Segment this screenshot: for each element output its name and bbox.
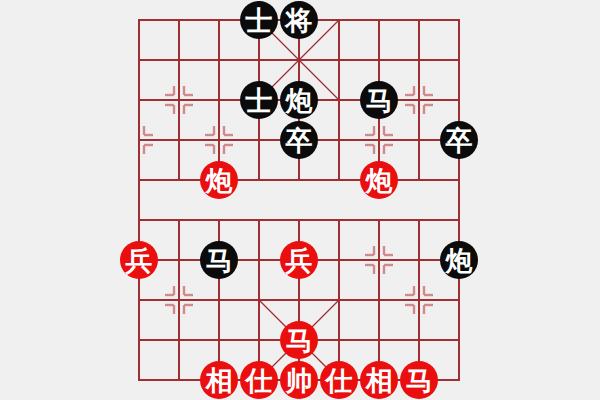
board-point [399,280,439,320]
board-points-grid: 士将士炮马卒卒炮炮兵马兵炮马相仕帅仕相马 [119,0,479,400]
board-point: 炮 [439,240,479,280]
piece-black-general[interactable]: 将 [280,1,318,39]
board-point [359,0,399,40]
board-point [439,320,479,360]
board-point [199,120,239,160]
board-point [399,0,439,40]
board-point [399,320,439,360]
board-point [159,280,199,320]
board-point [319,160,359,200]
board-point [439,40,479,80]
board-point [439,280,479,320]
piece-red-advisor[interactable]: 仕 [320,361,358,399]
piece-black-horse[interactable]: 马 [360,81,398,119]
board-point [439,0,479,40]
board-point [239,240,279,280]
board-point [119,40,159,80]
board-point [159,200,199,240]
board-point [239,280,279,320]
board-point [359,280,399,320]
board-point [159,0,199,40]
board-point [119,120,159,160]
piece-red-general[interactable]: 帅 [280,361,318,399]
board-point: 马 [359,80,399,120]
piece-red-elephant[interactable]: 相 [200,361,238,399]
piece-red-horse[interactable]: 马 [280,321,318,359]
xiangqi-board: 士将士炮马卒卒炮炮兵马兵炮马相仕帅仕相马 [0,0,600,400]
piece-red-horse[interactable]: 马 [400,361,438,399]
board-point [239,200,279,240]
board-point [159,320,199,360]
board-point [319,320,359,360]
board-point: 卒 [279,120,319,160]
board-point [159,40,199,80]
board-point: 仕 [319,360,359,400]
board-point [199,280,239,320]
board-point [399,80,439,120]
board-point [239,320,279,360]
board-point [279,40,319,80]
board-point: 帅 [279,360,319,400]
board-point [199,80,239,120]
board-point [119,200,159,240]
board-point [439,200,479,240]
piece-red-cannon[interactable]: 炮 [360,161,398,199]
board-point [279,280,319,320]
board-point [319,80,359,120]
piece-black-soldier[interactable]: 卒 [440,121,478,159]
board-point [399,200,439,240]
board-point [359,240,399,280]
board-point [119,360,159,400]
board-point [119,320,159,360]
board-point: 将 [279,0,319,40]
board-point [199,320,239,360]
board-point [279,160,319,200]
board-point: 卒 [439,120,479,160]
piece-black-soldier[interactable]: 卒 [280,121,318,159]
board-point [359,200,399,240]
piece-red-soldier[interactable]: 兵 [120,241,158,279]
board-point [359,320,399,360]
board-point: 士 [239,0,279,40]
board-point [319,40,359,80]
board-point [399,160,439,200]
board-point: 马 [399,360,439,400]
board-point [239,120,279,160]
board-point [239,160,279,200]
piece-black-cannon[interactable]: 炮 [280,81,318,119]
piece-black-cannon[interactable]: 炮 [440,241,478,279]
board-point: 炮 [359,160,399,200]
piece-black-horse[interactable]: 马 [200,241,238,279]
board-point [319,200,359,240]
board-point [359,120,399,160]
board-point [159,360,199,400]
board-point [319,0,359,40]
board-point [199,200,239,240]
piece-red-advisor[interactable]: 仕 [240,361,278,399]
board-point [119,0,159,40]
board-point [279,200,319,240]
board-point [119,80,159,120]
board-point: 马 [199,240,239,280]
piece-black-advisor[interactable]: 士 [240,81,278,119]
board-point [159,240,199,280]
board-point [159,80,199,120]
board-point [399,120,439,160]
board-point [319,120,359,160]
board-point [399,40,439,80]
board-point: 炮 [279,80,319,120]
board-point [119,160,159,200]
piece-black-advisor[interactable]: 士 [240,1,278,39]
piece-red-soldier[interactable]: 兵 [280,241,318,279]
board-point: 相 [359,360,399,400]
board-point [239,40,279,80]
piece-red-elephant[interactable]: 相 [360,361,398,399]
board-point [199,0,239,40]
board-point [159,160,199,200]
board-point [399,240,439,280]
board-point: 兵 [119,240,159,280]
piece-red-cannon[interactable]: 炮 [200,161,238,199]
board-point: 相 [199,360,239,400]
board-point [359,40,399,80]
board-point: 兵 [279,240,319,280]
board-point [199,40,239,80]
board-point [439,160,479,200]
board-point: 士 [239,80,279,120]
board-point [439,80,479,120]
board-point [319,240,359,280]
board-point [319,280,359,320]
board-point: 仕 [239,360,279,400]
board-point: 马 [279,320,319,360]
board-point: 炮 [199,160,239,200]
board-point [119,280,159,320]
board-point [159,120,199,160]
board-point [439,360,479,400]
